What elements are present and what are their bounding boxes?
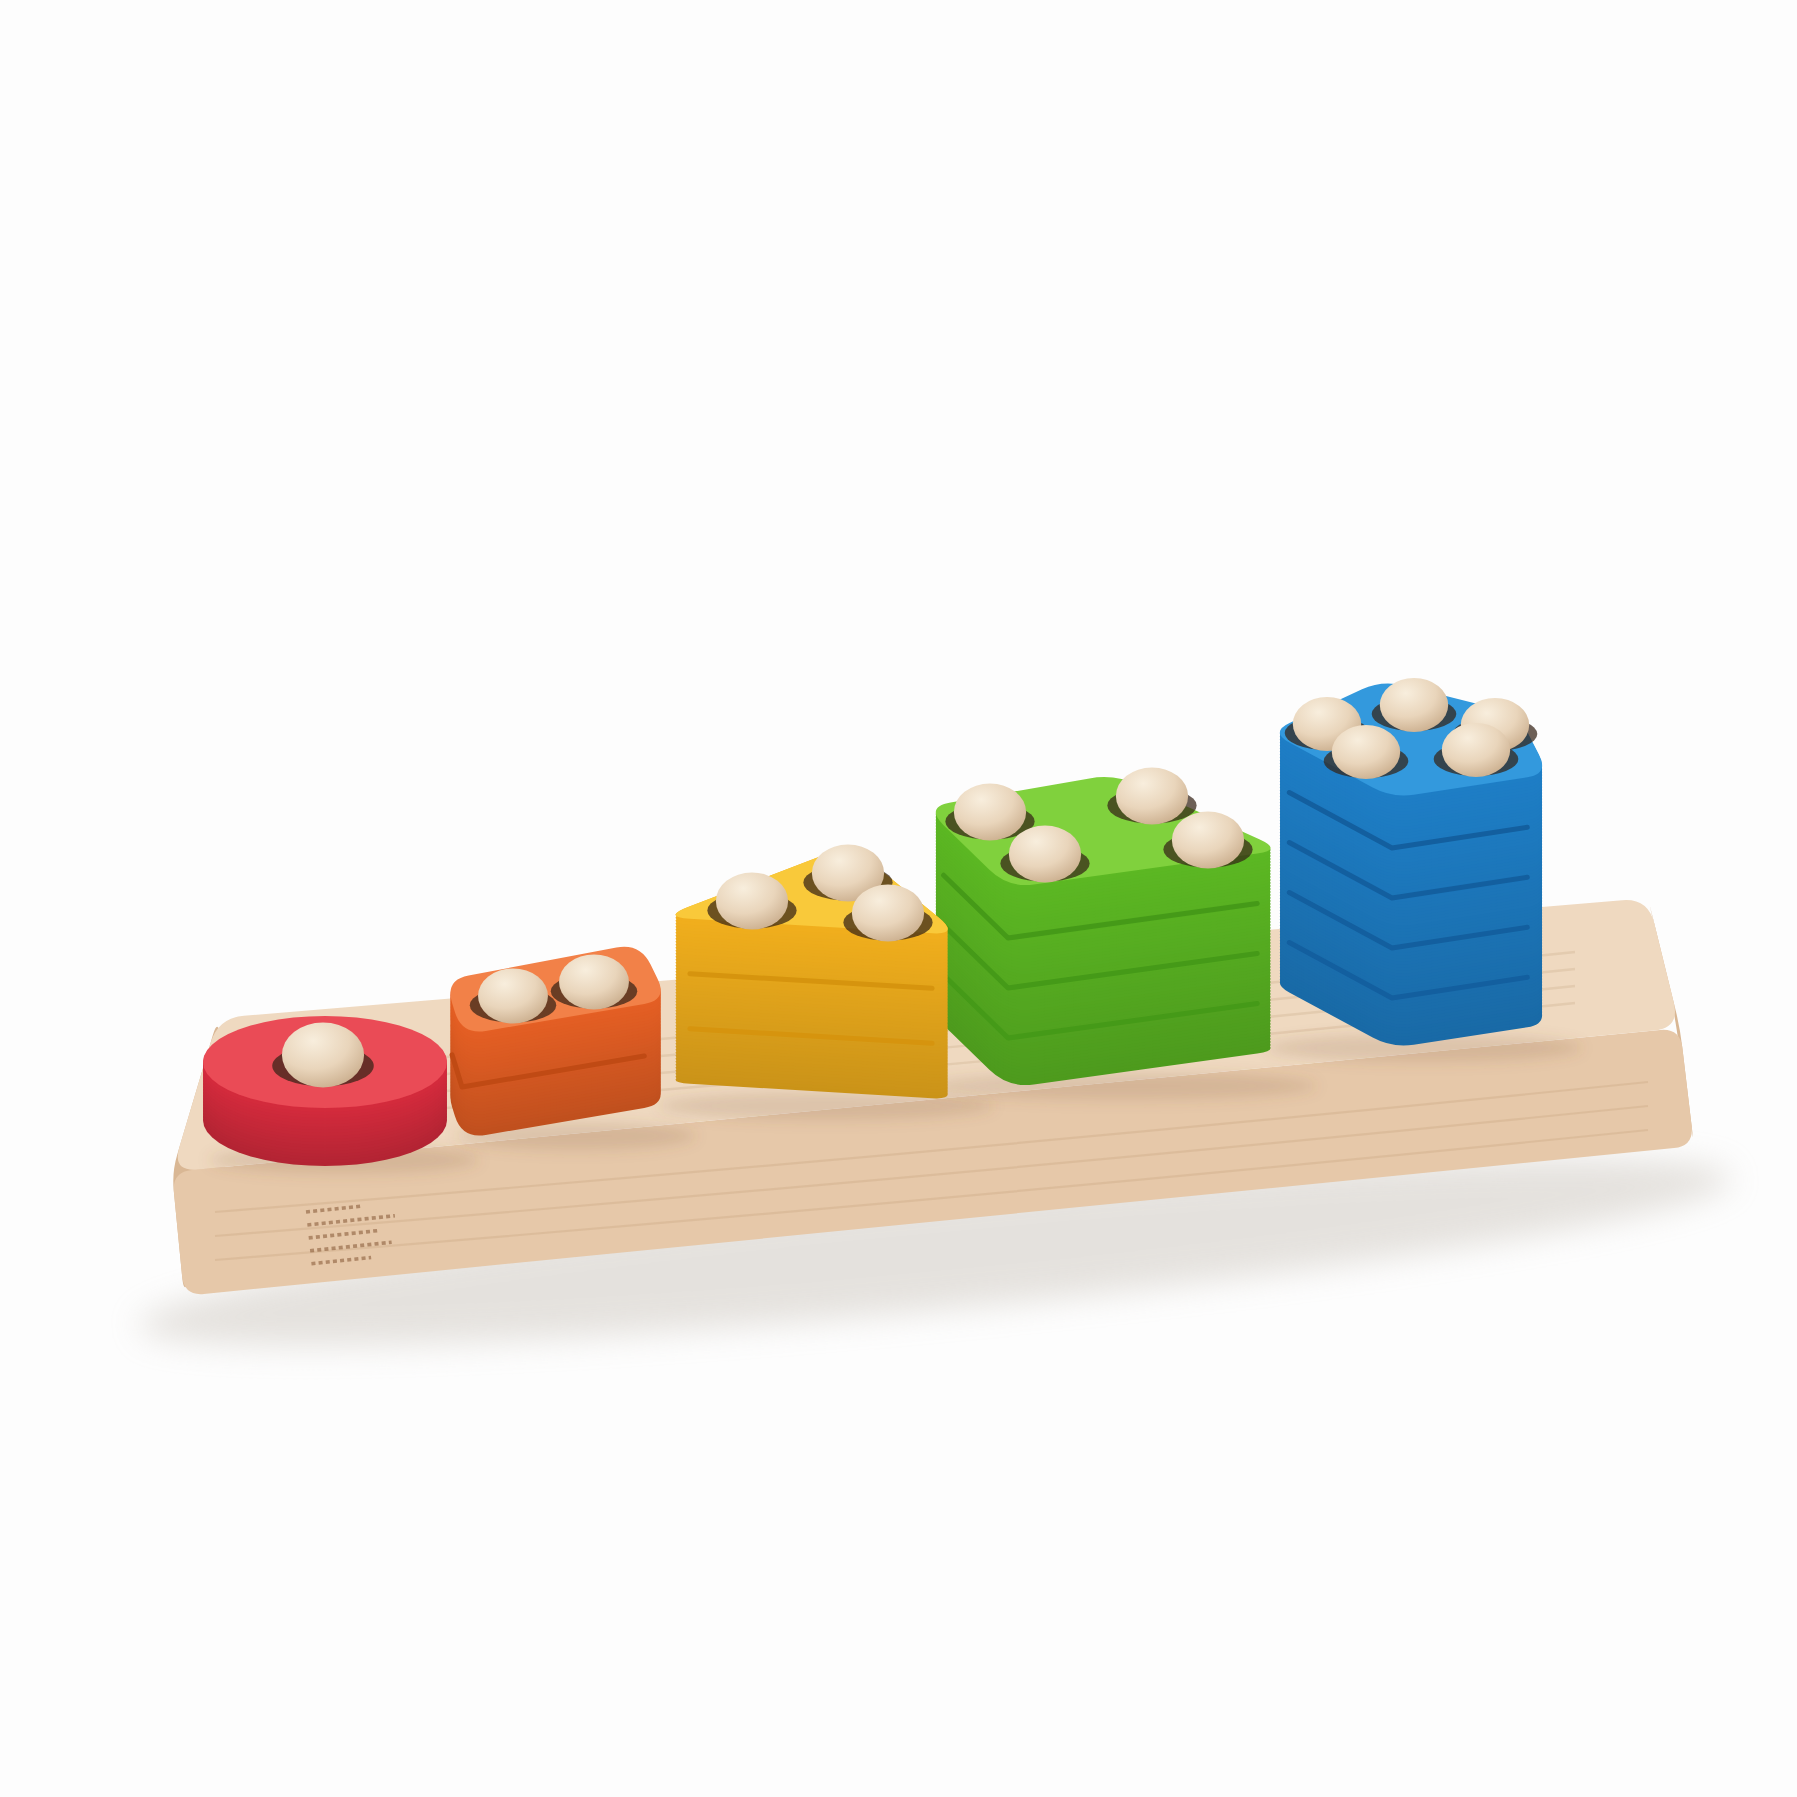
stack-contact-shadow — [927, 1072, 1317, 1100]
product-photo — [0, 0, 1797, 1797]
stack-yellow-triangle — [675, 845, 947, 1099]
peg-dome — [852, 885, 924, 942]
peg-dome — [1380, 678, 1448, 732]
stack-red-circle — [203, 1016, 447, 1166]
peg-dome — [716, 873, 788, 930]
peg-dome — [1009, 826, 1081, 883]
peg-dome — [1116, 768, 1188, 825]
peg-dome — [954, 784, 1026, 841]
peg-dome — [1332, 725, 1400, 779]
toy-scene-canvas — [0, 0, 1797, 1797]
stack-orange-rectangle — [450, 947, 660, 1136]
peg-dome — [282, 1023, 364, 1088]
stack-blue-pentagon — [1280, 678, 1542, 1045]
wooden-peg — [1107, 768, 1196, 825]
peg-dome — [478, 968, 548, 1023]
stack-green-square — [936, 768, 1271, 1085]
peg-dome — [1172, 812, 1244, 869]
peg-dome — [559, 954, 629, 1009]
peg-dome — [1442, 723, 1510, 777]
